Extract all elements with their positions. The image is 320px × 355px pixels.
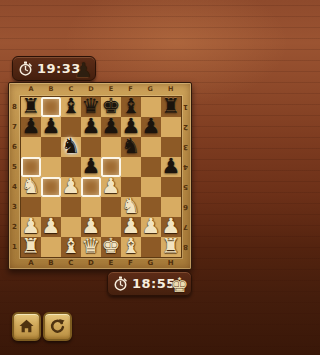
black-knight-f6[interactable]: ♞ [122, 136, 141, 156]
square-b2[interactable]: ♟ [41, 217, 61, 237]
square-c8[interactable]: ♝ [61, 97, 81, 117]
white-knight-f3[interactable]: ♞ [122, 196, 141, 216]
file-label: C [68, 259, 73, 267]
rank-label: 2 [183, 123, 188, 131]
square-g7[interactable]: ♟ [141, 117, 161, 137]
rank-label: 6 [183, 203, 188, 211]
black-bishop-f8[interactable]: ♝ [122, 96, 141, 116]
square-a1[interactable]: ♜ [21, 237, 41, 257]
square-f5[interactable] [121, 157, 141, 177]
file-label: B [49, 85, 54, 93]
white-queen-d1[interactable]: ♛ [82, 236, 101, 256]
square-e7[interactable]: ♟ [101, 117, 121, 137]
square-h4[interactable] [161, 177, 181, 197]
white-pawn-d2[interactable]: ♟ [82, 216, 101, 236]
rank-label: 8 [12, 103, 17, 111]
file-label: E [109, 259, 114, 267]
square-c4[interactable]: ♟ [61, 177, 81, 197]
rank-label: 3 [183, 143, 188, 151]
rank-label: 6 [12, 143, 17, 151]
black-pawn-d5[interactable]: ♟ [82, 156, 101, 176]
rank-label: 7 [12, 123, 17, 131]
file-label: G [148, 85, 153, 93]
rank-label: 4 [183, 163, 188, 171]
black-rook-h8[interactable]: ♜ [162, 96, 181, 116]
file-labels-top: ABCDEFGH [21, 84, 181, 94]
square-d7[interactable]: ♟ [81, 117, 101, 137]
restart-icon [49, 318, 66, 335]
white-pawn-f2[interactable]: ♟ [122, 216, 141, 236]
file-label: B [48, 259, 53, 267]
stopwatch-icon [18, 61, 33, 76]
square-b4[interactable] [41, 177, 61, 197]
board-squares: ♜♝♛♚♝♜♟♟♟♟♟♟♞♞♟♟♞♟♟♞♟♟♟♟♟♟♜♝♛♚♝♜ [20, 96, 182, 258]
white-pawn-e4[interactable]: ♟ [102, 176, 121, 196]
white-pawn-g2[interactable]: ♟ [142, 216, 161, 236]
rank-label: 1 [183, 103, 188, 111]
home-icon [18, 318, 35, 335]
square-h8[interactable]: ♜ [161, 97, 181, 117]
black-pawn-e7[interactable]: ♟ [102, 116, 121, 136]
black-pawn-a7[interactable]: ♟ [22, 116, 41, 136]
white-rook-a1[interactable]: ♜ [22, 236, 41, 256]
white-bishop-f1[interactable]: ♝ [122, 236, 141, 256]
white-timer-value: 18:55 [132, 276, 176, 291]
white-king-e1[interactable]: ♚ [102, 236, 121, 256]
file-label: E [109, 85, 113, 93]
black-pawn-d7[interactable]: ♟ [82, 116, 101, 136]
file-label: H [168, 259, 174, 267]
square-d4[interactable] [81, 177, 101, 197]
black-pawn-g7[interactable]: ♟ [142, 116, 161, 136]
square-g2[interactable]: ♟ [141, 217, 161, 237]
square-f6[interactable]: ♞ [121, 137, 141, 157]
white-rook-h1[interactable]: ♜ [162, 236, 181, 256]
square-b5[interactable] [41, 157, 61, 177]
rank-label: 2 [12, 223, 17, 231]
square-a4[interactable]: ♞ [21, 177, 41, 197]
rank-labels-left: 87654321 [10, 97, 19, 257]
file-label: A [29, 85, 34, 93]
file-label: D [88, 85, 93, 93]
rank-label: 3 [12, 203, 17, 211]
square-b7[interactable]: ♟ [41, 117, 61, 137]
rank-label: 4 [12, 183, 17, 191]
rank-label: 1 [12, 243, 17, 251]
black-king-e8[interactable]: ♚ [102, 96, 121, 116]
file-label: G [147, 259, 153, 267]
square-a6[interactable] [21, 137, 41, 157]
square-e4[interactable]: ♟ [101, 177, 121, 197]
square-g1[interactable] [141, 237, 161, 257]
black-timer-value: 19:33 [37, 61, 81, 76]
white-timer-panel: 18:55 ♚ [107, 271, 192, 296]
square-c1[interactable]: ♝ [61, 237, 81, 257]
black-rook-a8[interactable]: ♜ [22, 96, 41, 116]
square-h7[interactable] [161, 117, 181, 137]
square-d5[interactable]: ♟ [81, 157, 101, 177]
file-labels-bottom: ABCDEFGH [21, 258, 181, 268]
square-f1[interactable]: ♝ [121, 237, 141, 257]
black-queen-d8[interactable]: ♛ [82, 96, 101, 116]
square-e3[interactable] [101, 197, 121, 217]
chess-app-screen: { "game": "chess", "position": { "fen": … [0, 0, 200, 355]
rank-label: 8 [183, 243, 188, 251]
file-label: H [168, 85, 173, 93]
white-bishop-c1[interactable]: ♝ [62, 236, 81, 256]
black-pawn-b7[interactable]: ♟ [42, 116, 61, 136]
square-e1[interactable]: ♚ [101, 237, 121, 257]
square-h1[interactable]: ♜ [161, 237, 181, 257]
square-b6[interactable] [41, 137, 61, 157]
rank-label: 5 [12, 163, 17, 171]
white-pawn-b2[interactable]: ♟ [42, 216, 61, 236]
square-d1[interactable]: ♛ [81, 237, 101, 257]
square-h5[interactable]: ♟ [161, 157, 181, 177]
home-button[interactable] [12, 312, 41, 341]
square-c3[interactable] [61, 197, 81, 217]
square-c6[interactable]: ♞ [61, 137, 81, 157]
file-label: D [88, 259, 94, 267]
square-g4[interactable] [141, 177, 161, 197]
rank-label: 7 [183, 223, 188, 231]
white-pawn-h2[interactable]: ♟ [162, 216, 181, 236]
square-b1[interactable] [41, 237, 61, 257]
black-pawn-f7[interactable]: ♟ [122, 116, 141, 136]
file-label: A [28, 259, 33, 267]
square-g5[interactable] [141, 157, 161, 177]
file-label: F [128, 85, 132, 93]
file-label: F [128, 259, 133, 267]
white-pawn-a2[interactable]: ♟ [22, 216, 41, 236]
stopwatch-icon [113, 276, 128, 291]
chess-board: ABCDEFGH 87654321 ♜♝♛♚♝♜♟♟♟♟♟♟♞♞♟♟♞♟♟♞♟♟… [8, 82, 192, 270]
black-pawn-h5[interactable]: ♟ [162, 156, 181, 176]
black-timer-panel: 19:33 ♟ [12, 56, 96, 81]
black-bishop-c8[interactable]: ♝ [62, 96, 81, 116]
square-a7[interactable]: ♟ [21, 117, 41, 137]
restart-button[interactable] [43, 312, 72, 341]
white-knight-a4[interactable]: ♞ [22, 176, 41, 196]
square-e6[interactable] [101, 137, 121, 157]
rank-labels-right: 87654321 [181, 97, 190, 257]
rank-label: 5 [183, 183, 188, 191]
file-label: C [69, 85, 74, 93]
white-pawn-c4[interactable]: ♟ [62, 176, 81, 196]
black-knight-c6[interactable]: ♞ [62, 136, 81, 156]
square-g6[interactable] [141, 137, 161, 157]
